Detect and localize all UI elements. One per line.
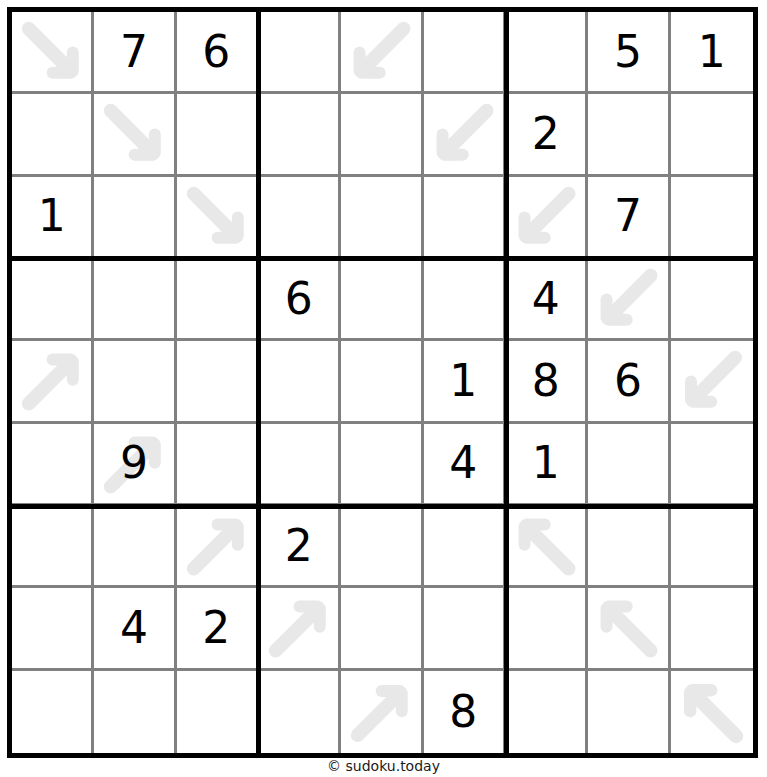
cell-r3c2[interactable] <box>94 177 176 259</box>
cell-r9c5[interactable] <box>341 671 423 753</box>
cell-r5c4[interactable] <box>259 341 341 423</box>
given-digit: 2 <box>532 112 560 156</box>
arrow-sw-icon <box>343 14 418 89</box>
arrow-se-icon <box>96 96 171 171</box>
given-digit: 7 <box>120 30 148 74</box>
cell-r3c1[interactable]: 1 <box>12 177 94 259</box>
arrow-se-icon <box>14 14 89 89</box>
given-digit: 7 <box>614 194 642 238</box>
cell-r1c6[interactable] <box>424 12 506 94</box>
cell-r5c6[interactable]: 1 <box>424 341 506 423</box>
given-digit: 1 <box>38 194 66 238</box>
cell-r9c3[interactable] <box>177 671 259 753</box>
cell-r3c5[interactable] <box>341 177 423 259</box>
cell-r1c9[interactable]: 1 <box>671 12 753 94</box>
cell-r6c9[interactable] <box>671 424 753 506</box>
cell-r2c4[interactable] <box>259 94 341 176</box>
arrow-sw-icon <box>590 261 665 336</box>
cell-r8c7[interactable] <box>506 588 588 670</box>
cell-r5c5[interactable] <box>341 341 423 423</box>
arrow-ne-icon <box>179 508 254 583</box>
cell-r5c3[interactable] <box>177 341 259 423</box>
cell-r3c4[interactable] <box>259 177 341 259</box>
cell-r7c5[interactable] <box>341 506 423 588</box>
given-digit: 8 <box>532 359 560 403</box>
given-digit: 4 <box>449 441 477 485</box>
cell-r6c7[interactable]: 1 <box>506 424 588 506</box>
given-digit: 1 <box>532 441 560 485</box>
cell-r1c4[interactable] <box>259 12 341 94</box>
cell-r8c5[interactable] <box>341 588 423 670</box>
cell-r2c7[interactable]: 2 <box>506 94 588 176</box>
cell-r3c9[interactable] <box>671 177 753 259</box>
cell-r5c9[interactable] <box>671 341 753 423</box>
cell-r8c1[interactable] <box>12 588 94 670</box>
cell-r7c7[interactable] <box>506 506 588 588</box>
cell-r7c8[interactable] <box>588 506 670 588</box>
box-separator-vertical-2 <box>504 12 509 753</box>
cell-r7c9[interactable] <box>671 506 753 588</box>
arrow-sw-icon <box>508 179 583 254</box>
cell-r4c1[interactable] <box>12 259 94 341</box>
arrow-sw-icon <box>426 96 501 171</box>
cell-r6c8[interactable] <box>588 424 670 506</box>
arrow-sw-icon <box>673 343 751 418</box>
cell-r1c5[interactable] <box>341 12 423 94</box>
cell-r1c3[interactable]: 6 <box>177 12 259 94</box>
cell-r1c8[interactable]: 5 <box>588 12 670 94</box>
cell-r3c6[interactable] <box>424 177 506 259</box>
cell-r2c3[interactable] <box>177 94 259 176</box>
given-digit: 6 <box>614 359 642 403</box>
cell-r2c5[interactable] <box>341 94 423 176</box>
given-digit: 9 <box>120 441 148 485</box>
given-digit: 2 <box>202 606 230 650</box>
cell-r7c6[interactable] <box>424 506 506 588</box>
sudoku-board: 7651217641869412428 <box>7 7 758 758</box>
given-digit: 4 <box>120 606 148 650</box>
cell-r8c9[interactable] <box>671 588 753 670</box>
arrow-nw-icon <box>673 673 751 751</box>
cell-r8c4[interactable] <box>259 588 341 670</box>
cell-r4c5[interactable] <box>341 259 423 341</box>
copyright-text: © sudoku.today <box>0 758 767 774</box>
cell-r9c9[interactable] <box>671 671 753 753</box>
sudoku-page: 7651217641869412428 © sudoku.today <box>0 0 767 777</box>
cell-r4c3[interactable] <box>177 259 259 341</box>
cell-r7c3[interactable] <box>177 506 259 588</box>
cell-r2c8[interactable] <box>588 94 670 176</box>
cell-r4c2[interactable] <box>94 259 176 341</box>
arrow-ne-icon <box>261 590 336 665</box>
given-digit: 4 <box>532 277 560 321</box>
given-digit: 1 <box>449 359 477 403</box>
cell-r9c1[interactable] <box>12 671 94 753</box>
arrow-se-icon <box>179 179 254 254</box>
cell-r5c1[interactable] <box>12 341 94 423</box>
cell-r2c2[interactable] <box>94 94 176 176</box>
cell-r6c4[interactable] <box>259 424 341 506</box>
given-digit: 5 <box>614 30 642 74</box>
arrow-nw-icon <box>590 590 665 665</box>
cell-r6c1[interactable] <box>12 424 94 506</box>
cell-r8c8[interactable] <box>588 588 670 670</box>
given-digit: 6 <box>202 30 230 74</box>
arrow-nw-icon <box>508 508 583 583</box>
cell-r5c7[interactable]: 8 <box>506 341 588 423</box>
cell-r8c2[interactable]: 4 <box>94 588 176 670</box>
cell-r2c9[interactable] <box>671 94 753 176</box>
given-digit: 1 <box>698 30 726 74</box>
given-digit: 6 <box>285 277 313 321</box>
cell-r3c3[interactable] <box>177 177 259 259</box>
cell-r6c5[interactable] <box>341 424 423 506</box>
cell-r8c6[interactable] <box>424 588 506 670</box>
cell-r9c8[interactable] <box>588 671 670 753</box>
cell-r4c7[interactable]: 4 <box>506 259 588 341</box>
cell-r4c6[interactable] <box>424 259 506 341</box>
given-digit: 2 <box>285 524 313 568</box>
arrow-ne-icon <box>343 673 418 751</box>
cell-r6c6[interactable]: 4 <box>424 424 506 506</box>
cell-r9c6[interactable]: 8 <box>424 671 506 753</box>
cell-r9c7[interactable] <box>506 671 588 753</box>
cell-r8c3[interactable]: 2 <box>177 588 259 670</box>
cell-r3c7[interactable] <box>506 177 588 259</box>
cell-r4c8[interactable] <box>588 259 670 341</box>
cell-r4c9[interactable] <box>671 259 753 341</box>
cell-r7c2[interactable] <box>94 506 176 588</box>
cell-r1c1[interactable] <box>12 12 94 94</box>
cell-r1c7[interactable] <box>506 12 588 94</box>
cell-r7c4[interactable]: 2 <box>259 506 341 588</box>
cell-r3c8[interactable]: 7 <box>588 177 670 259</box>
cell-r6c3[interactable] <box>177 424 259 506</box>
cell-r7c1[interactable] <box>12 506 94 588</box>
cell-r9c4[interactable] <box>259 671 341 753</box>
cell-r2c1[interactable] <box>12 94 94 176</box>
box-separator-horizontal-1 <box>12 256 753 261</box>
cell-r6c2[interactable]: 9 <box>94 424 176 506</box>
given-digit: 8 <box>449 690 477 734</box>
box-separator-horizontal-2 <box>12 504 753 509</box>
arrow-ne-icon <box>14 343 89 418</box>
box-separator-vertical-1 <box>256 12 261 753</box>
cell-r9c2[interactable] <box>94 671 176 753</box>
cell-r5c8[interactable]: 6 <box>588 341 670 423</box>
cell-r1c2[interactable]: 7 <box>94 12 176 94</box>
cell-r5c2[interactable] <box>94 341 176 423</box>
cell-r2c6[interactable] <box>424 94 506 176</box>
cell-r4c4[interactable]: 6 <box>259 259 341 341</box>
